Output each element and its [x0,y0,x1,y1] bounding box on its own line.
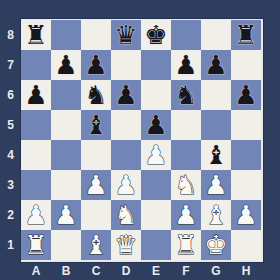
white-rook-f1: ♜ [174,230,197,260]
black-knight-f6: ♞ [174,80,197,110]
board: ♜♛♚♜♟♟♟♟♟♞♟♞♟♝♟♟♝♟♟♞♟♟♟♞♟♝♟♜♝♛♜♚ [21,19,263,262]
white-king-g1: ♚ [204,230,227,260]
black-bishop-c5: ♝ [84,110,107,140]
square-d8[interactable]: ♛ [111,20,141,50]
square-e6[interactable] [141,80,171,110]
square-c2[interactable] [81,200,111,230]
square-e3[interactable] [141,170,171,200]
square-d3[interactable]: ♟ [111,170,141,200]
rank-labels: 87654321 [0,20,21,260]
white-pawn-c3: ♟ [84,170,107,200]
square-d2[interactable]: ♞ [111,200,141,230]
white-pawn-b2: ♟ [54,200,77,230]
file-label-a: A [21,262,51,279]
square-e4[interactable]: ♟ [141,140,171,170]
square-f7[interactable]: ♟ [171,50,201,80]
rank-label-2: 2 [0,200,21,230]
square-g7[interactable]: ♟ [201,50,231,80]
square-b7[interactable]: ♟ [51,50,81,80]
rank-label-6: 6 [0,80,21,110]
square-h4[interactable] [231,140,261,170]
square-e2[interactable] [141,200,171,230]
square-a5[interactable] [21,110,51,140]
square-g8[interactable] [201,20,231,50]
file-label-b: B [51,262,81,279]
white-bishop-c1: ♝ [84,230,107,260]
file-label-g: G [201,262,231,279]
square-e5[interactable]: ♟ [141,110,171,140]
square-c8[interactable] [81,20,111,50]
black-pawn-d6: ♟ [114,80,137,110]
file-label-h: H [231,262,261,279]
black-pawn-c7: ♟ [84,50,107,80]
square-e1[interactable] [141,230,171,260]
black-queen-d8: ♛ [114,20,137,50]
square-d7[interactable] [111,50,141,80]
square-h2[interactable]: ♟ [231,200,261,230]
white-bishop-g2: ♝ [204,200,227,230]
white-pawn-d3: ♟ [114,170,137,200]
white-pawn-g3: ♟ [204,170,227,200]
square-f6[interactable]: ♞ [171,80,201,110]
white-pawn-h2: ♟ [234,200,257,230]
square-g5[interactable] [201,110,231,140]
square-h8[interactable]: ♜ [231,20,261,50]
file-label-e: E [141,262,171,279]
black-pawn-h6: ♟ [234,80,257,110]
white-pawn-e4: ♟ [144,140,167,170]
white-rook-a1: ♜ [24,230,47,260]
square-d6[interactable]: ♟ [111,80,141,110]
square-f3[interactable]: ♞ [171,170,201,200]
square-b5[interactable] [51,110,81,140]
black-pawn-a6: ♟ [24,80,47,110]
square-a6[interactable]: ♟ [21,80,51,110]
square-d4[interactable] [111,140,141,170]
square-b2[interactable]: ♟ [51,200,81,230]
rank-label-5: 5 [0,110,21,140]
square-c6[interactable]: ♞ [81,80,111,110]
square-f4[interactable] [171,140,201,170]
square-h5[interactable] [231,110,261,140]
square-h1[interactable] [231,230,261,260]
black-pawn-b7: ♟ [54,50,77,80]
white-queen-d1: ♛ [114,230,137,260]
square-a8[interactable]: ♜ [21,20,51,50]
chess-diagram: 87654321 ♜♛♚♜♟♟♟♟♟♞♟♞♟♝♟♟♝♟♟♞♟♟♟♞♟♝♟♜♝♛♜… [0,0,280,280]
rank-label-1: 1 [0,230,21,260]
square-d1[interactable]: ♛ [111,230,141,260]
rank-label-8: 8 [0,20,21,50]
square-f5[interactable] [171,110,201,140]
black-knight-c6: ♞ [84,80,107,110]
file-labels: ABCDEFGH [21,262,263,279]
white-pawn-a2: ♟ [24,200,47,230]
square-b3[interactable] [51,170,81,200]
white-knight-d2: ♞ [114,200,137,230]
square-b6[interactable] [51,80,81,110]
black-rook-a8: ♜ [24,20,47,50]
square-c4[interactable] [81,140,111,170]
square-f2[interactable]: ♟ [171,200,201,230]
black-pawn-e5: ♟ [144,110,167,140]
square-h7[interactable] [231,50,261,80]
rank-label-3: 3 [0,170,21,200]
square-a1[interactable]: ♜ [21,230,51,260]
square-c5[interactable]: ♝ [81,110,111,140]
square-a3[interactable] [21,170,51,200]
square-c1[interactable]: ♝ [81,230,111,260]
square-g4[interactable]: ♝ [201,140,231,170]
square-g3[interactable]: ♟ [201,170,231,200]
black-rook-h8: ♜ [234,20,257,50]
file-label-d: D [111,262,141,279]
square-b8[interactable] [51,20,81,50]
square-c7[interactable]: ♟ [81,50,111,80]
square-f1[interactable]: ♜ [171,230,201,260]
square-a2[interactable]: ♟ [21,200,51,230]
square-g6[interactable] [201,80,231,110]
file-label-f: F [171,262,201,279]
square-e7[interactable] [141,50,171,80]
square-e8[interactable]: ♚ [141,20,171,50]
square-b4[interactable] [51,140,81,170]
rank-label-4: 4 [0,140,21,170]
square-h3[interactable] [231,170,261,200]
file-label-c: C [81,262,111,279]
square-c3[interactable]: ♟ [81,170,111,200]
black-bishop-g4: ♝ [204,140,227,170]
square-a4[interactable] [21,140,51,170]
rank-label-7: 7 [0,50,21,80]
square-a7[interactable] [21,50,51,80]
square-g2[interactable]: ♝ [201,200,231,230]
black-pawn-g7: ♟ [204,50,227,80]
white-knight-f3: ♞ [174,170,197,200]
black-pawn-f7: ♟ [174,50,197,80]
square-g1[interactable]: ♚ [201,230,231,260]
square-b1[interactable] [51,230,81,260]
square-h6[interactable]: ♟ [231,80,261,110]
square-d5[interactable] [111,110,141,140]
black-king-e8: ♚ [144,20,167,50]
square-f8[interactable] [171,20,201,50]
white-pawn-f2: ♟ [174,200,197,230]
